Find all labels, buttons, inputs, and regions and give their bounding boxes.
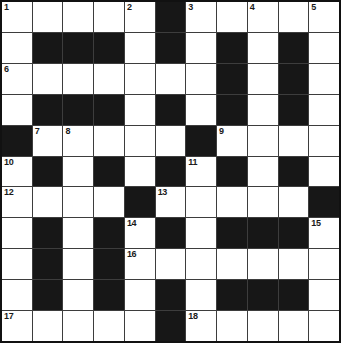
- white-cell-r2c8[interactable]: [248, 64, 278, 94]
- white-cell-r10c1[interactable]: [33, 311, 63, 341]
- white-cell-r8c2[interactable]: [63, 249, 93, 279]
- white-cell-r5c2[interactable]: [63, 157, 93, 187]
- white-cell-r2c4[interactable]: [125, 64, 155, 94]
- black-cell-r7c7: [217, 218, 247, 248]
- white-cell-r9c2[interactable]: [63, 280, 93, 310]
- white-cell-r10c8[interactable]: [248, 311, 278, 341]
- black-cell-r1c7: [217, 33, 247, 63]
- white-cell-r7c6[interactable]: [186, 218, 216, 248]
- white-cell-r2c1[interactable]: [33, 64, 63, 94]
- clue-number-8: 8: [65, 126, 70, 137]
- white-cell-r4c1[interactable]: 7: [33, 126, 63, 156]
- white-cell-r6c9[interactable]: [279, 187, 309, 217]
- white-cell-r1c4[interactable]: [125, 33, 155, 63]
- black-cell-r7c8: [248, 218, 278, 248]
- clue-number-11: 11: [188, 157, 197, 168]
- clue-number-9: 9: [219, 126, 224, 137]
- white-cell-r1c6[interactable]: [186, 33, 216, 63]
- white-cell-r8c7[interactable]: [217, 249, 247, 279]
- white-cell-r7c2[interactable]: [63, 218, 93, 248]
- black-cell-r8c3: [94, 249, 124, 279]
- white-cell-r5c8[interactable]: [248, 157, 278, 187]
- white-cell-r10c9[interactable]: [279, 311, 309, 341]
- black-cell-r5c9: [279, 157, 309, 187]
- black-cell-r7c5: [156, 218, 186, 248]
- white-cell-r1c10[interactable]: [309, 33, 339, 63]
- white-cell-r2c3[interactable]: [94, 64, 124, 94]
- white-cell-r8c6[interactable]: [186, 249, 216, 279]
- white-cell-r8c0[interactable]: [2, 249, 32, 279]
- black-cell-r2c7: [217, 64, 247, 94]
- black-cell-r9c1: [33, 280, 63, 310]
- white-cell-r4c4[interactable]: [125, 126, 155, 156]
- black-cell-r5c5: [156, 157, 186, 187]
- white-cell-r6c2[interactable]: [63, 187, 93, 217]
- clue-number-13: 13: [158, 187, 167, 198]
- white-cell-r10c4[interactable]: [125, 311, 155, 341]
- white-cell-r4c5[interactable]: [156, 126, 186, 156]
- white-cell-r6c1[interactable]: [33, 187, 63, 217]
- black-cell-r3c5: [156, 95, 186, 125]
- clue-number-2: 2: [127, 2, 132, 13]
- white-cell-r3c6[interactable]: [186, 95, 216, 125]
- black-cell-r2c9: [279, 64, 309, 94]
- white-cell-r0c3[interactable]: [94, 2, 124, 32]
- black-cell-r4c0: [2, 126, 32, 156]
- black-cell-r3c9: [279, 95, 309, 125]
- white-cell-r5c6[interactable]: 11: [186, 157, 216, 187]
- clue-number-14: 14: [127, 218, 136, 229]
- clue-number-3: 3: [188, 2, 193, 13]
- white-cell-r4c3[interactable]: [94, 126, 124, 156]
- clue-number-16: 16: [127, 249, 136, 260]
- white-cell-r6c5[interactable]: 13: [156, 187, 186, 217]
- white-cell-r3c4[interactable]: [125, 95, 155, 125]
- clue-number-4: 4: [250, 2, 255, 13]
- black-cell-r9c7: [217, 280, 247, 310]
- white-cell-r2c10[interactable]: [309, 64, 339, 94]
- white-cell-r3c8[interactable]: [248, 95, 278, 125]
- black-cell-r5c1: [33, 157, 63, 187]
- white-cell-r5c0[interactable]: 10: [2, 157, 32, 187]
- clue-number-17: 17: [4, 311, 13, 322]
- white-cell-r4c2[interactable]: 8: [63, 126, 93, 156]
- clue-number-10: 10: [4, 157, 13, 168]
- white-cell-r9c4[interactable]: [125, 280, 155, 310]
- white-cell-r3c10[interactable]: [309, 95, 339, 125]
- white-cell-r10c10[interactable]: [309, 311, 339, 341]
- clue-number-5: 5: [311, 2, 316, 13]
- black-cell-r3c3: [94, 95, 124, 125]
- white-cell-r8c4[interactable]: 16: [125, 249, 155, 279]
- white-cell-r4c9[interactable]: [279, 126, 309, 156]
- black-cell-r1c1: [33, 33, 63, 63]
- black-cell-r5c3: [94, 157, 124, 187]
- black-cell-r9c3: [94, 280, 124, 310]
- white-cell-r6c7[interactable]: [217, 187, 247, 217]
- black-cell-r1c5: [156, 33, 186, 63]
- white-cell-r9c10[interactable]: [309, 280, 339, 310]
- crossword-grid: 123456789101112131415161718: [0, 0, 341, 343]
- white-cell-r4c8[interactable]: [248, 126, 278, 156]
- clue-number-1: 1: [4, 2, 9, 13]
- white-cell-r0c0[interactable]: 1: [2, 2, 32, 32]
- white-cell-r0c2[interactable]: [63, 2, 93, 32]
- black-cell-r5c7: [217, 157, 247, 187]
- white-cell-r2c2[interactable]: [63, 64, 93, 94]
- white-cell-r5c10[interactable]: [309, 157, 339, 187]
- white-cell-r7c4[interactable]: 14: [125, 218, 155, 248]
- white-cell-r0c9[interactable]: [279, 2, 309, 32]
- white-cell-r5c4[interactable]: [125, 157, 155, 187]
- white-cell-r7c0[interactable]: [2, 218, 32, 248]
- white-cell-r1c8[interactable]: [248, 33, 278, 63]
- white-cell-r1c0[interactable]: [2, 33, 32, 63]
- black-cell-r9c9: [279, 280, 309, 310]
- black-cell-r7c3: [94, 218, 124, 248]
- black-cell-r6c4: [125, 187, 155, 217]
- white-cell-r8c5[interactable]: [156, 249, 186, 279]
- white-cell-r0c1[interactable]: [33, 2, 63, 32]
- white-cell-r2c5[interactable]: [156, 64, 186, 94]
- white-cell-r6c0[interactable]: 12: [2, 187, 32, 217]
- black-cell-r3c1: [33, 95, 63, 125]
- white-cell-r0c10[interactable]: 5: [309, 2, 339, 32]
- white-cell-r2c0[interactable]: 6: [2, 64, 32, 94]
- white-cell-r4c10[interactable]: [309, 126, 339, 156]
- clue-number-18: 18: [188, 311, 197, 322]
- white-cell-r0c8[interactable]: 4: [248, 2, 278, 32]
- white-cell-r6c3[interactable]: [94, 187, 124, 217]
- white-cell-r10c3[interactable]: [94, 311, 124, 341]
- black-cell-r1c2: [63, 33, 93, 63]
- white-cell-r10c2[interactable]: [63, 311, 93, 341]
- white-cell-r10c7[interactable]: [217, 311, 247, 341]
- black-cell-r1c3: [94, 33, 124, 63]
- black-cell-r3c7: [217, 95, 247, 125]
- black-cell-r10c5: [156, 311, 186, 341]
- white-cell-r9c6[interactable]: [186, 280, 216, 310]
- white-cell-r6c8[interactable]: [248, 187, 278, 217]
- white-cell-r6c6[interactable]: [186, 187, 216, 217]
- white-cell-r0c7[interactable]: [217, 2, 247, 32]
- black-cell-r7c9: [279, 218, 309, 248]
- black-cell-r3c2: [63, 95, 93, 125]
- white-cell-r4c7[interactable]: 9: [217, 126, 247, 156]
- black-cell-r1c9: [279, 33, 309, 63]
- black-cell-r7c1: [33, 218, 63, 248]
- black-cell-r9c5: [156, 280, 186, 310]
- clue-number-7: 7: [35, 126, 40, 137]
- black-cell-r9c8: [248, 280, 278, 310]
- black-cell-r4c6: [186, 126, 216, 156]
- white-cell-r10c6[interactable]: 18: [186, 311, 216, 341]
- white-cell-r0c4[interactable]: 2: [125, 2, 155, 32]
- clue-number-6: 6: [4, 64, 9, 75]
- white-cell-r10c0[interactable]: 17: [2, 311, 32, 341]
- white-cell-r3c0[interactable]: [2, 95, 32, 125]
- white-cell-r9c0[interactable]: [2, 280, 32, 310]
- white-cell-r7c10[interactable]: 15: [309, 218, 339, 248]
- white-cell-r8c10[interactable]: [309, 249, 339, 279]
- clue-number-15: 15: [311, 218, 320, 229]
- white-cell-r8c8[interactable]: [248, 249, 278, 279]
- clue-number-12: 12: [4, 187, 13, 198]
- black-cell-r8c1: [33, 249, 63, 279]
- white-cell-r0c6[interactable]: 3: [186, 2, 216, 32]
- white-cell-r8c9[interactable]: [279, 249, 309, 279]
- black-cell-r6c10: [309, 187, 339, 217]
- black-cell-r0c5: [156, 2, 186, 32]
- white-cell-r2c6[interactable]: [186, 64, 216, 94]
